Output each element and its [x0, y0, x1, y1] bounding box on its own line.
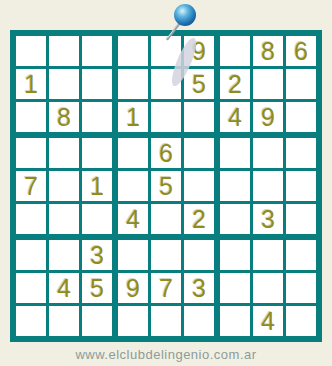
cell-r9c1[interactable]	[16, 306, 46, 336]
cell-r1c7[interactable]	[220, 36, 250, 66]
cell-r6c1[interactable]	[16, 204, 46, 234]
cell-r9c4[interactable]	[118, 306, 148, 336]
cell-r5c5[interactable]: 5	[151, 171, 181, 201]
cell-r5c7[interactable]	[220, 171, 250, 201]
cell-r9c2[interactable]	[49, 306, 79, 336]
cell-r3c3[interactable]	[82, 102, 112, 132]
cell-r6c2[interactable]	[49, 204, 79, 234]
cell-r1c5[interactable]	[151, 36, 181, 66]
cell-r3c4[interactable]: 1	[118, 102, 148, 132]
cell-r9c3[interactable]	[82, 306, 112, 336]
cell-r9c8[interactable]: 4	[253, 306, 283, 336]
cell-r8c8[interactable]	[253, 273, 283, 303]
cell-r4c7[interactable]	[220, 138, 250, 168]
cell-r8c9[interactable]	[286, 273, 316, 303]
box-3: 86249	[220, 36, 316, 132]
cell-r4c1[interactable]	[16, 138, 46, 168]
cell-r7c5[interactable]	[151, 240, 181, 270]
sudoku-board: 189518624971654233459734	[10, 30, 322, 342]
cell-r7c4[interactable]	[118, 240, 148, 270]
cell-r6c4[interactable]: 4	[118, 204, 148, 234]
cell-r5c3[interactable]: 1	[82, 171, 112, 201]
cell-r6c3[interactable]	[82, 204, 112, 234]
cell-r2c1[interactable]: 1	[16, 69, 46, 99]
cell-r8c3[interactable]: 5	[82, 273, 112, 303]
cell-r6c8[interactable]: 3	[253, 204, 283, 234]
cell-r3c2[interactable]: 8	[49, 102, 79, 132]
cell-r8c2[interactable]: 4	[49, 273, 79, 303]
cell-r4c5[interactable]: 6	[151, 138, 181, 168]
cell-r2c3[interactable]	[82, 69, 112, 99]
box-1: 18	[16, 36, 112, 132]
cell-r6c5[interactable]	[151, 204, 181, 234]
cell-r1c1[interactable]	[16, 36, 46, 66]
cell-r5c4[interactable]	[118, 171, 148, 201]
box-9: 4	[220, 240, 316, 336]
cell-r7c3[interactable]: 3	[82, 240, 112, 270]
cell-r3c1[interactable]	[16, 102, 46, 132]
cell-r7c2[interactable]	[49, 240, 79, 270]
cell-r7c6[interactable]	[184, 240, 214, 270]
cell-r8c6[interactable]: 3	[184, 273, 214, 303]
cell-r4c9[interactable]	[286, 138, 316, 168]
pin-ball	[174, 4, 196, 26]
cell-r5c9[interactable]	[286, 171, 316, 201]
box-4: 71	[16, 138, 112, 234]
cell-r5c2[interactable]	[49, 171, 79, 201]
cell-r8c7[interactable]	[220, 273, 250, 303]
cell-r4c4[interactable]	[118, 138, 148, 168]
cell-r1c4[interactable]	[118, 36, 148, 66]
cell-r8c4[interactable]: 9	[118, 273, 148, 303]
cell-r4c2[interactable]	[49, 138, 79, 168]
cell-r2c8[interactable]	[253, 69, 283, 99]
cell-r5c1[interactable]: 7	[16, 171, 46, 201]
cell-r9c9[interactable]	[286, 306, 316, 336]
cell-r7c8[interactable]	[253, 240, 283, 270]
cell-r4c8[interactable]	[253, 138, 283, 168]
cell-r1c3[interactable]	[82, 36, 112, 66]
box-2: 951	[118, 36, 214, 132]
cell-r4c6[interactable]	[184, 138, 214, 168]
cell-r2c4[interactable]	[118, 69, 148, 99]
cell-r7c7[interactable]	[220, 240, 250, 270]
box-7: 345	[16, 240, 112, 336]
cell-r6c6[interactable]: 2	[184, 204, 214, 234]
cell-r2c6[interactable]: 5	[184, 69, 214, 99]
cell-r3c9[interactable]	[286, 102, 316, 132]
cell-r1c6[interactable]: 9	[184, 36, 214, 66]
cell-r1c8[interactable]: 8	[253, 36, 283, 66]
cell-r6c7[interactable]	[220, 204, 250, 234]
cell-r9c6[interactable]	[184, 306, 214, 336]
cell-r1c2[interactable]	[49, 36, 79, 66]
box-5: 6542	[118, 138, 214, 234]
cell-r8c1[interactable]	[16, 273, 46, 303]
cell-r4c3[interactable]	[82, 138, 112, 168]
cell-r3c6[interactable]	[184, 102, 214, 132]
cell-r9c7[interactable]	[220, 306, 250, 336]
puzzle-card: 189518624971654233459734 www.elclubdelin…	[0, 0, 332, 366]
cell-r2c2[interactable]	[49, 69, 79, 99]
cell-r2c5[interactable]	[151, 69, 181, 99]
cell-r1c9[interactable]: 6	[286, 36, 316, 66]
box-6: 3	[220, 138, 316, 234]
cell-r9c5[interactable]	[151, 306, 181, 336]
cell-r6c9[interactable]	[286, 204, 316, 234]
cell-r5c6[interactable]	[184, 171, 214, 201]
cell-r3c7[interactable]: 4	[220, 102, 250, 132]
cell-r8c5[interactable]: 7	[151, 273, 181, 303]
cell-r2c9[interactable]	[286, 69, 316, 99]
cell-r2c7[interactable]: 2	[220, 69, 250, 99]
cell-r3c5[interactable]	[151, 102, 181, 132]
cell-r5c8[interactable]	[253, 171, 283, 201]
website-url: www.elclubdelingenio.com.ar	[0, 347, 332, 362]
box-8: 973	[118, 240, 214, 336]
cell-r3c8[interactable]: 9	[253, 102, 283, 132]
cell-r7c9[interactable]	[286, 240, 316, 270]
cell-r7c1[interactable]	[16, 240, 46, 270]
